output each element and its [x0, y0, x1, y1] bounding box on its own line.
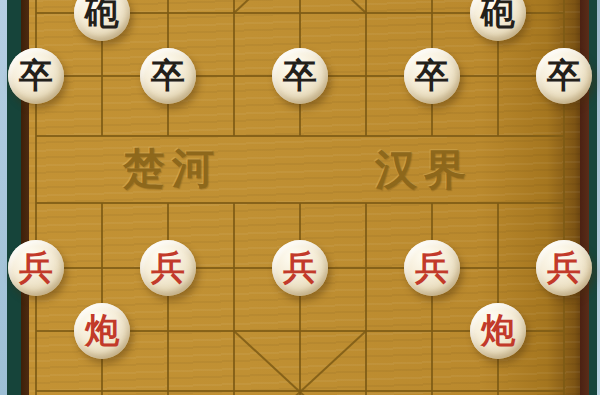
red-soldier-glyph: 兵 — [19, 250, 53, 284]
piece-red-soldier[interactable]: 兵 — [140, 240, 196, 296]
piece-black-soldier[interactable]: 卒 — [272, 48, 328, 104]
black-cannon-glyph: 砲 — [481, 0, 515, 29]
piece-red-soldier[interactable]: 兵 — [272, 240, 328, 296]
left-letterbox-strip — [0, 0, 7, 395]
piece-black-soldier[interactable]: 卒 — [140, 48, 196, 104]
piece-red-soldier[interactable]: 兵 — [536, 240, 592, 296]
black-soldier-glyph: 卒 — [283, 58, 317, 92]
river-label-right: 汉界 — [375, 142, 473, 198]
piece-red-soldier[interactable]: 兵 — [8, 240, 64, 296]
black-soldier-glyph: 卒 — [415, 58, 449, 92]
red-soldier-glyph: 兵 — [415, 250, 449, 284]
red-soldier-glyph: 兵 — [151, 250, 185, 284]
piece-black-soldier[interactable]: 卒 — [404, 48, 460, 104]
piece-red-cannon[interactable]: 炮 — [470, 303, 526, 359]
black-cannon-glyph: 砲 — [85, 0, 119, 29]
xiangqi-app-screen: 楚河 汉界 砲砲卒卒卒卒卒兵兵兵兵兵炮炮 — [0, 0, 600, 395]
black-soldier-glyph: 卒 — [151, 58, 185, 92]
piece-red-soldier[interactable]: 兵 — [404, 240, 460, 296]
piece-red-cannon[interactable]: 炮 — [74, 303, 130, 359]
piece-black-soldier[interactable]: 卒 — [536, 48, 592, 104]
piece-black-soldier[interactable]: 卒 — [8, 48, 64, 104]
black-soldier-glyph: 卒 — [547, 58, 581, 92]
red-cannon-glyph: 炮 — [481, 313, 515, 347]
red-soldier-glyph: 兵 — [547, 250, 581, 284]
right-frame-teal — [589, 0, 597, 395]
black-soldier-glyph: 卒 — [19, 58, 53, 92]
red-soldier-glyph: 兵 — [283, 250, 317, 284]
river-label-left: 楚河 — [123, 141, 221, 197]
red-cannon-glyph: 炮 — [85, 313, 119, 347]
